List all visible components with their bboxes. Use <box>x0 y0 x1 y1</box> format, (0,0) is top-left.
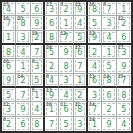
cell-digit: 9 <box>6 77 11 85</box>
cell-r7c8[interactable]: 6 <box>102 88 116 102</box>
cell-digit: 1 <box>121 6 126 14</box>
cell-r7c7[interactable]: 3 <box>88 88 102 102</box>
cell-r2c7[interactable]: 5 <box>88 16 102 30</box>
cell-r2c3[interactable]: 9 <box>31 16 45 30</box>
cell-digit: 2 <box>92 49 97 57</box>
cell-digit: 4 <box>6 6 11 14</box>
cell-digit: 1 <box>6 34 11 42</box>
cell-digit: 6 <box>63 106 68 114</box>
cell-digit: 2 <box>49 63 54 71</box>
cell-digit: 4 <box>77 20 82 28</box>
cell-digit: 9 <box>63 49 68 57</box>
cell-digit: 2 <box>121 20 126 28</box>
cell-digit: 1 <box>63 20 68 28</box>
cell-digit: 6 <box>106 92 111 100</box>
cell-r1c2[interactable]: 5 <box>16 2 30 16</box>
cell-digit: 3 <box>49 6 54 14</box>
cell-r5c2[interactable]: 1 <box>16 59 30 73</box>
cell-r4c8[interactable]: 1 <box>102 45 116 59</box>
cell-digit: 5 <box>92 20 97 28</box>
cell-digit: 5 <box>106 63 111 71</box>
cell-digit: 6 <box>92 77 97 85</box>
cell-digit: 5 <box>49 49 54 57</box>
cell-digit: 3 <box>121 49 126 57</box>
cell-r5c5[interactable]: 8 <box>59 59 73 73</box>
cell-r1c8[interactable]: 87 <box>102 2 116 16</box>
cell-digit: 7 <box>20 92 25 100</box>
cell-digit: 5 <box>77 34 82 42</box>
cell-digit: 7 <box>121 77 126 85</box>
cell-digit: 8 <box>121 92 126 100</box>
cell-digit: 1 <box>34 92 39 100</box>
cell-r2c8[interactable]: 3 <box>102 16 116 30</box>
cell-digit: 6 <box>6 63 11 71</box>
killer-sudoku-board: 1545617332139168871167208961453122131328… <box>0 0 133 133</box>
cell-r1c7[interactable]: 168 <box>88 2 102 16</box>
cell-r4c6[interactable]: 176 <box>74 45 88 59</box>
cell-digit: 6 <box>20 121 25 129</box>
cell-digit: 8 <box>20 20 25 28</box>
cell-r3c2[interactable]: 3 <box>16 31 30 45</box>
cell-r3c4[interactable]: 8 <box>45 31 59 45</box>
cell-digit: 5 <box>63 121 68 129</box>
cell-digit: 7 <box>49 121 54 129</box>
cell-r9c1[interactable]: 82 <box>2 117 16 131</box>
cell-digit: 8 <box>77 106 82 114</box>
cell-r8c5[interactable]: 116 <box>59 102 73 116</box>
cell-r6c3[interactable]: 5 <box>31 74 45 88</box>
cell-digit: 2 <box>63 6 68 14</box>
cell-r2c9[interactable]: 122 <box>117 16 131 30</box>
cell-r9c6[interactable]: 3 <box>74 117 88 131</box>
cell-digit: 5 <box>121 106 126 114</box>
cell-r3c5[interactable]: 127 <box>59 31 73 45</box>
cell-r4c7[interactable]: 2 <box>88 45 102 59</box>
cell-digit: 4 <box>92 63 97 71</box>
cell-r8c2[interactable]: 9 <box>16 102 30 116</box>
cell-r2c2[interactable]: 208 <box>16 16 30 30</box>
cell-r7c3[interactable]: 51 <box>31 88 45 102</box>
cell-r2c5[interactable]: 1 <box>59 16 73 30</box>
cell-digit: 7 <box>34 49 39 57</box>
cell-digit: 9 <box>34 20 39 28</box>
cell-digit: 2 <box>34 34 39 42</box>
cell-digit: 9 <box>92 34 97 42</box>
cell-digit: 3 <box>77 121 82 129</box>
cell-digit: 6 <box>121 34 126 42</box>
cell-r8c1[interactable]: 123 <box>2 102 16 116</box>
cell-r8c9[interactable]: 5 <box>117 102 131 116</box>
cell-digit: 2 <box>6 121 11 129</box>
cell-digit: 8 <box>6 49 11 57</box>
cell-r1c1[interactable]: 154 <box>2 2 16 16</box>
cell-digit: 3 <box>63 77 68 85</box>
cell-digit: 4 <box>20 49 25 57</box>
cell-r7c6[interactable]: 2 <box>74 88 88 102</box>
cell-r3c1[interactable]: 1 <box>2 31 16 45</box>
cell-r4c2[interactable]: 4 <box>16 45 30 59</box>
cell-r6c9[interactable]: 157 <box>117 74 131 88</box>
cell-digit: 4 <box>63 92 68 100</box>
cell-digit: 5 <box>6 92 11 100</box>
cell-r7c2[interactable]: 7 <box>16 88 30 102</box>
cell-r9c9[interactable]: 4 <box>117 117 131 131</box>
cell-digit: 7 <box>63 34 68 42</box>
cell-digit: 9 <box>20 106 25 114</box>
cell-r3c6[interactable]: 5 <box>74 31 88 45</box>
cell-r2c1[interactable]: 167 <box>2 16 16 30</box>
cell-digit: 7 <box>106 6 111 14</box>
cell-r8c3[interactable]: 4 <box>31 102 45 116</box>
cell-r9c2[interactable]: 6 <box>16 117 30 131</box>
cell-digit: 1 <box>92 121 97 129</box>
cell-digit: 9 <box>49 92 54 100</box>
cell-r4c3[interactable]: 7 <box>31 45 45 59</box>
cell-digit: 4 <box>49 77 54 85</box>
cell-r1c6[interactable]: 139 <box>74 2 88 16</box>
cell-digit: 4 <box>121 121 126 129</box>
cell-r7c1[interactable]: 5 <box>2 88 16 102</box>
cell-r4c5[interactable]: 9 <box>59 45 73 59</box>
cell-r9c5[interactable]: 5 <box>59 117 73 131</box>
cell-r9c4[interactable]: 7 <box>45 117 59 131</box>
cell-digit: 5 <box>34 77 39 85</box>
cell-digit: 4 <box>106 34 111 42</box>
cell-r7c4[interactable]: 139 <box>45 88 59 102</box>
cell-r6c1[interactable]: 9 <box>2 74 16 88</box>
cell-r8c8[interactable]: 2 <box>102 102 116 116</box>
cell-r9c7[interactable]: 141 <box>88 117 102 131</box>
cell-r6c6[interactable]: 1 <box>74 74 88 88</box>
cell-digit: 1 <box>49 106 54 114</box>
cell-r6c7[interactable]: 116 <box>88 74 102 88</box>
cell-r4c1[interactable]: 8 <box>2 45 16 59</box>
cell-digit: 4 <box>34 106 39 114</box>
cell-r8c6[interactable]: 118 <box>74 102 88 116</box>
cell-r4c4[interactable]: 245 <box>45 45 59 59</box>
cell-r6c2[interactable]: 142 <box>16 74 30 88</box>
cell-r6c4[interactable]: 84 <box>45 74 59 88</box>
cell-digit: 1 <box>20 63 25 71</box>
cell-digit: 6 <box>77 49 82 57</box>
cell-digit: 1 <box>106 49 111 57</box>
cell-r7c9[interactable]: 8 <box>117 88 131 102</box>
cell-digit: 2 <box>106 106 111 114</box>
cell-r5c9[interactable]: 9 <box>117 59 131 73</box>
cell-digit: 7 <box>77 63 82 71</box>
cell-digit: 8 <box>92 6 97 14</box>
cell-digit: 6 <box>34 6 39 14</box>
cell-digit: 8 <box>63 63 68 71</box>
cell-r8c7[interactable]: 147 <box>88 102 102 116</box>
cell-r5c4[interactable]: 2 <box>45 59 59 73</box>
cell-r1c9[interactable]: 1 <box>117 2 131 16</box>
cell-digit: 8 <box>34 121 39 129</box>
cell-r5c6[interactable]: 7 <box>74 59 88 73</box>
cell-r5c8[interactable]: 5 <box>102 59 116 73</box>
cell-r9c3[interactable]: 8 <box>31 117 45 131</box>
cell-digit: 8 <box>49 34 54 42</box>
cell-r3c9[interactable]: 6 <box>117 31 131 45</box>
cell-digit: 1 <box>77 77 82 85</box>
cell-r5c3[interactable]: 83 <box>31 59 45 73</box>
cell-r5c7[interactable]: 4 <box>88 59 102 73</box>
cell-digit: 9 <box>106 121 111 129</box>
cell-digit: 3 <box>20 34 25 42</box>
cell-digit: 2 <box>77 92 82 100</box>
cell-r3c3[interactable]: 132 <box>31 31 45 45</box>
cell-digit: 3 <box>92 92 97 100</box>
cell-r4c9[interactable]: 173 <box>117 45 131 59</box>
cell-digit: 3 <box>34 63 39 71</box>
cell-r9c8[interactable]: 9 <box>102 117 116 131</box>
cell-digit: 7 <box>6 20 11 28</box>
cell-r5c1[interactable]: 166 <box>2 59 16 73</box>
cell-r3c7[interactable]: 129 <box>88 31 102 45</box>
cell-r3c8[interactable]: 4 <box>102 31 116 45</box>
cell-digit: 5 <box>20 6 25 14</box>
cell-digit: 9 <box>121 63 126 71</box>
cell-r6c8[interactable]: 148 <box>102 74 116 88</box>
cell-r6c5[interactable]: 3 <box>59 74 73 88</box>
cell-digit: 3 <box>106 20 111 28</box>
cell-r2c6[interactable]: 4 <box>74 16 88 30</box>
cell-digit: 3 <box>6 106 11 114</box>
cell-r1c4[interactable]: 173 <box>45 2 59 16</box>
cell-digit: 6 <box>49 20 54 28</box>
cell-r2c4[interactable]: 6 <box>45 16 59 30</box>
cell-r8c4[interactable]: 161 <box>45 102 59 116</box>
cell-digit: 9 <box>77 6 82 14</box>
cell-r1c3[interactable]: 6 <box>31 2 45 16</box>
cell-digit: 2 <box>20 77 25 85</box>
cell-r7c5[interactable]: 4 <box>59 88 73 102</box>
cell-digit: 8 <box>106 77 111 85</box>
cell-r1c5[interactable]: 32 <box>59 2 73 16</box>
cell-digit: 7 <box>92 106 97 114</box>
